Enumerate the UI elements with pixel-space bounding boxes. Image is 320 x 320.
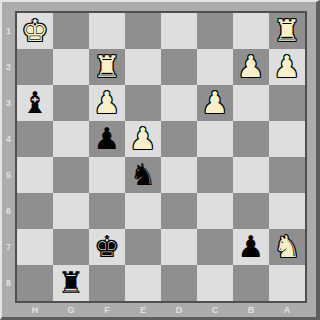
square-a1: ♜ [269, 13, 305, 49]
square-d3 [161, 85, 197, 121]
rank-label-7: 7 [2, 229, 15, 265]
file-label-d: D [161, 303, 197, 318]
square-b2: ♟ [233, 49, 269, 85]
rank-label-5: 5 [2, 157, 15, 193]
black-bishop-h3: ♝ [17, 85, 53, 121]
square-b7: ♟ [233, 229, 269, 265]
square-e2 [125, 49, 161, 85]
black-pawn-b7: ♟ [233, 229, 269, 265]
square-f8 [89, 265, 125, 301]
square-d4 [161, 121, 197, 157]
square-a3 [269, 85, 305, 121]
square-c2 [197, 49, 233, 85]
rank-labels: 12345678 [2, 13, 15, 301]
file-label-a: A [269, 303, 305, 318]
black-pawn-f4: ♟ [89, 121, 125, 157]
file-labels: HGFEDCBA [17, 303, 305, 318]
file-label-h: H [17, 303, 53, 318]
square-h1: ♚ [17, 13, 53, 49]
rank-label-6: 6 [2, 193, 15, 229]
square-b4 [233, 121, 269, 157]
square-b1 [233, 13, 269, 49]
square-a6 [269, 193, 305, 229]
square-d1 [161, 13, 197, 49]
white-pawn-e4: ♟ [125, 121, 161, 157]
square-g1 [53, 13, 89, 49]
square-d6 [161, 193, 197, 229]
square-c3: ♟ [197, 85, 233, 121]
square-h6 [17, 193, 53, 229]
white-rook-f2: ♜ [89, 49, 125, 85]
square-a4 [269, 121, 305, 157]
square-e7 [125, 229, 161, 265]
square-g6 [53, 193, 89, 229]
square-c8 [197, 265, 233, 301]
square-f5 [89, 157, 125, 193]
square-a8 [269, 265, 305, 301]
square-f4: ♟ [89, 121, 125, 157]
rank-label-3: 3 [2, 85, 15, 121]
square-h5 [17, 157, 53, 193]
square-a5 [269, 157, 305, 193]
white-knight-a7: ♞ [269, 229, 305, 265]
square-c1 [197, 13, 233, 49]
square-a2: ♟ [269, 49, 305, 85]
square-g4 [53, 121, 89, 157]
chess-board: ♚♜♜♟♟♝♟♟♟♟♞♚♟♞♜ [15, 11, 307, 303]
white-king-h1: ♚ [17, 13, 53, 49]
square-g2 [53, 49, 89, 85]
square-e4: ♟ [125, 121, 161, 157]
file-label-f: F [89, 303, 125, 318]
file-label-b: B [233, 303, 269, 318]
square-b8 [233, 265, 269, 301]
white-pawn-a2: ♟ [269, 49, 305, 85]
square-h3: ♝ [17, 85, 53, 121]
square-d7 [161, 229, 197, 265]
square-g5 [53, 157, 89, 193]
square-g8: ♜ [53, 265, 89, 301]
file-label-g: G [53, 303, 89, 318]
black-king-f7: ♚ [89, 229, 125, 265]
square-e1 [125, 13, 161, 49]
square-e8 [125, 265, 161, 301]
rank-label-2: 2 [2, 49, 15, 85]
square-f6 [89, 193, 125, 229]
square-c4 [197, 121, 233, 157]
square-b6 [233, 193, 269, 229]
square-d8 [161, 265, 197, 301]
square-c6 [197, 193, 233, 229]
square-e5: ♞ [125, 157, 161, 193]
square-e6 [125, 193, 161, 229]
rank-label-4: 4 [2, 121, 15, 157]
square-e3 [125, 85, 161, 121]
square-f7: ♚ [89, 229, 125, 265]
square-h2 [17, 49, 53, 85]
white-pawn-b2: ♟ [233, 49, 269, 85]
square-b3 [233, 85, 269, 121]
square-h7 [17, 229, 53, 265]
rank-label-1: 1 [2, 13, 15, 49]
square-d5 [161, 157, 197, 193]
square-f2: ♜ [89, 49, 125, 85]
square-h8 [17, 265, 53, 301]
white-pawn-f3: ♟ [89, 85, 125, 121]
square-g3 [53, 85, 89, 121]
black-rook-g8: ♜ [53, 265, 89, 301]
square-f1 [89, 13, 125, 49]
file-label-e: E [125, 303, 161, 318]
square-c5 [197, 157, 233, 193]
chess-diagram: 12345678 ♚♜♜♟♟♝♟♟♟♟♞♚♟♞♜ HGFEDCBA [0, 0, 320, 320]
square-c7 [197, 229, 233, 265]
white-rook-a1: ♜ [269, 13, 305, 49]
black-knight-e5: ♞ [125, 157, 161, 193]
white-pawn-c3: ♟ [197, 85, 233, 121]
square-d2 [161, 49, 197, 85]
square-b5 [233, 157, 269, 193]
square-h4 [17, 121, 53, 157]
rank-label-8: 8 [2, 265, 15, 301]
file-label-c: C [197, 303, 233, 318]
square-a7: ♞ [269, 229, 305, 265]
square-f3: ♟ [89, 85, 125, 121]
square-g7 [53, 229, 89, 265]
